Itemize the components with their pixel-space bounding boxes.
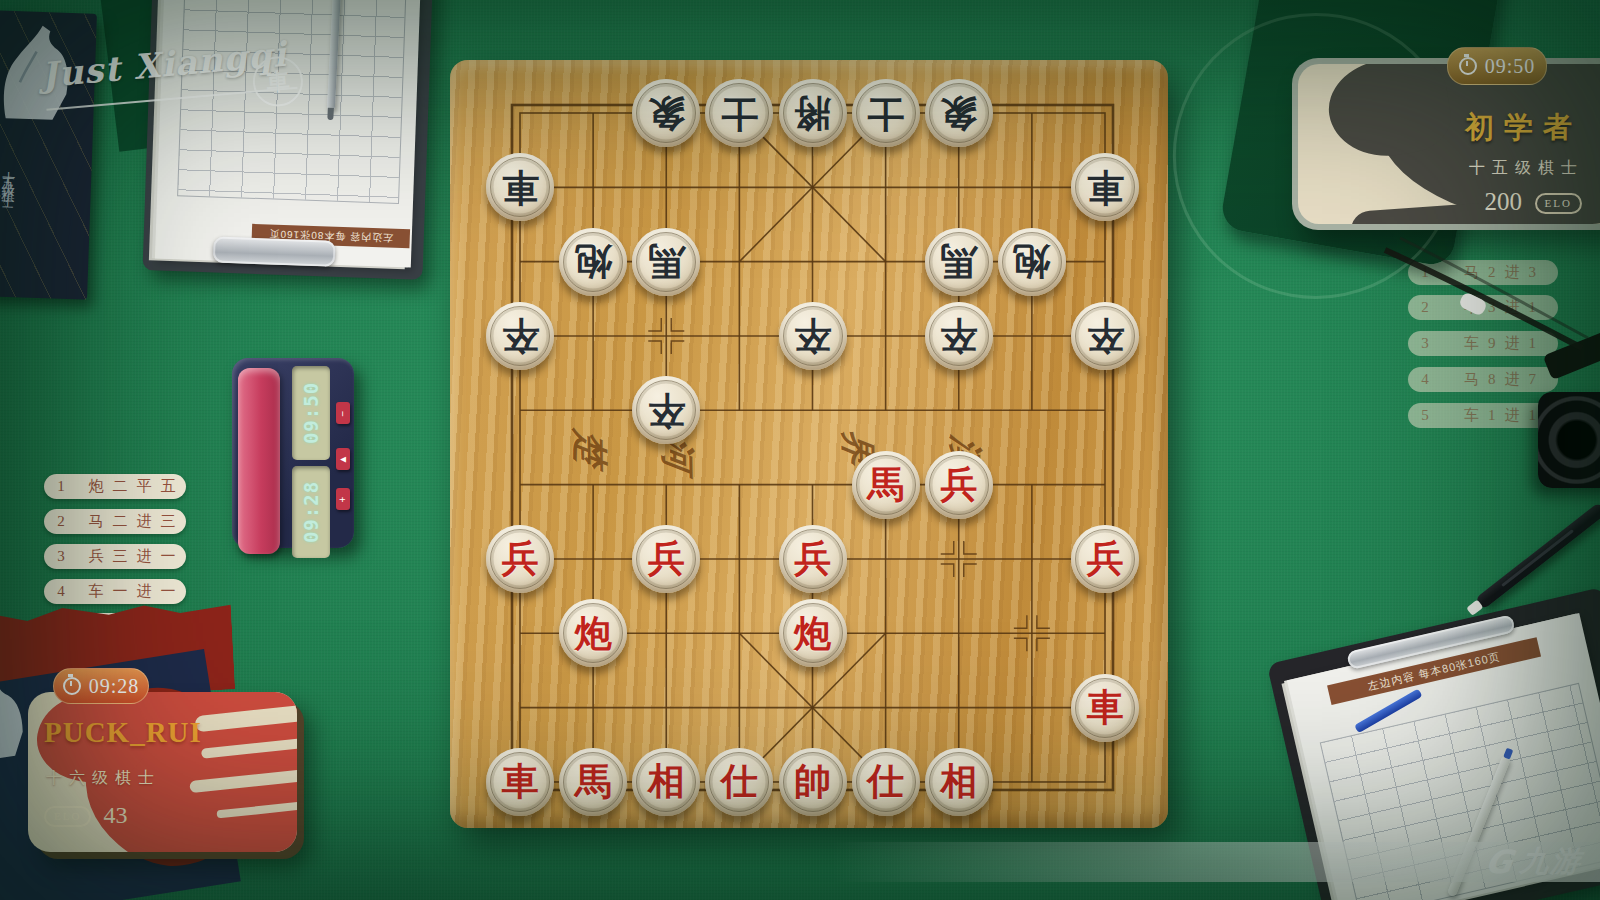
piece-black-卒[interactable]: 卒 bbox=[779, 302, 847, 370]
piece-black-炮[interactable]: 炮 bbox=[559, 228, 627, 296]
piece-black-炮[interactable]: 炮 bbox=[998, 228, 1066, 296]
piece-red-炮[interactable]: 炮 bbox=[779, 599, 847, 667]
logo-text: Just Xiangqi bbox=[40, 34, 289, 95]
player-name: 初学者 bbox=[1465, 108, 1582, 148]
timer-badge-top: 09:50 bbox=[1447, 47, 1547, 85]
clock-plus-button[interactable]: + bbox=[336, 488, 350, 510]
timer-value: 09:50 bbox=[1485, 55, 1536, 78]
piece-black-卒[interactable]: 卒 bbox=[486, 302, 554, 370]
move-item[interactable]: 1炮二平五 bbox=[44, 474, 186, 499]
piece-black-士[interactable]: 士 bbox=[705, 79, 773, 147]
earphone-cable bbox=[1280, 180, 1600, 400]
board-grid bbox=[450, 60, 1168, 828]
piece-red-仕[interactable]: 仕 bbox=[705, 748, 773, 816]
watermark-band: G 九游 bbox=[0, 842, 1600, 882]
clock-mode-button[interactable]: ▲ bbox=[336, 448, 350, 470]
xiangqi-board[interactable]: 楚 河 界 漢 象士將士象車車炮馬馬炮卒卒卒卒卒馬兵兵兵兵兵炮炮車車馬相仕帥仕相 bbox=[450, 60, 1168, 828]
timer-badge-bottom: 09:28 bbox=[53, 668, 149, 704]
jiuyou-watermark: G 九游 bbox=[1486, 842, 1582, 882]
piece-red-炮[interactable]: 炮 bbox=[559, 599, 627, 667]
piece-red-兵[interactable]: 兵 bbox=[779, 525, 847, 593]
move-item[interactable]: 3兵三进一 bbox=[44, 544, 186, 569]
player-rank: 十六级棋士 bbox=[46, 768, 161, 789]
move-item[interactable]: 2马二进三 bbox=[44, 509, 186, 534]
piece-red-車[interactable]: 車 bbox=[1071, 674, 1139, 742]
clock-lever[interactable] bbox=[238, 368, 280, 554]
clock-display-bottom: 09:28 bbox=[292, 466, 330, 558]
piece-black-象[interactable]: 象 bbox=[632, 79, 700, 147]
player-rank: 十五级棋士 bbox=[1469, 158, 1584, 179]
book-spine-text: 十五级棋士 bbox=[0, 161, 18, 192]
player-name: PUCK_RUI bbox=[44, 716, 202, 749]
piece-black-卒[interactable]: 卒 bbox=[925, 302, 993, 370]
piece-black-將[interactable]: 將 bbox=[779, 79, 847, 147]
piece-red-車[interactable]: 車 bbox=[486, 748, 554, 816]
game-table: 十五级棋士 左边内容 每本80张160页 Just Xiangqi 車 楚 河 … bbox=[0, 0, 1600, 900]
piece-black-馬[interactable]: 馬 bbox=[925, 228, 993, 296]
player-card-bottom: PUCK_RUI 十六级棋士 ELO 43 bbox=[28, 692, 297, 852]
move-item[interactable]: 5车1进1 bbox=[1408, 403, 1558, 428]
piece-black-卒[interactable]: 卒 bbox=[1071, 302, 1139, 370]
clock-display-top: 09:50 bbox=[292, 366, 330, 460]
chess-clock: 09:50 09:28 − ▲ + bbox=[232, 358, 354, 548]
paper-clip bbox=[213, 236, 336, 266]
piece-red-馬[interactable]: 馬 bbox=[559, 748, 627, 816]
piece-red-相[interactable]: 相 bbox=[925, 748, 993, 816]
stopwatch-icon bbox=[63, 677, 81, 695]
move-item[interactable]: 4车一进一 bbox=[44, 579, 186, 604]
piece-red-兵[interactable]: 兵 bbox=[632, 525, 700, 593]
piece-red-相[interactable]: 相 bbox=[632, 748, 700, 816]
piece-black-車[interactable]: 車 bbox=[1071, 153, 1139, 221]
elo-badge: ELO bbox=[44, 806, 91, 827]
piece-black-車[interactable]: 車 bbox=[486, 153, 554, 221]
piece-black-象[interactable]: 象 bbox=[925, 79, 993, 147]
piece-red-仕[interactable]: 仕 bbox=[852, 748, 920, 816]
piece-red-馬[interactable]: 馬 bbox=[852, 451, 920, 519]
piece-red-帥[interactable]: 帥 bbox=[779, 748, 847, 816]
clock-minus-button[interactable]: − bbox=[336, 402, 350, 424]
watermark-glyph-icon: G bbox=[1482, 843, 1515, 881]
player-elo: ELO 43 bbox=[44, 802, 127, 829]
piece-black-士[interactable]: 士 bbox=[852, 79, 920, 147]
piece-red-兵[interactable]: 兵 bbox=[486, 525, 554, 593]
camera-lens bbox=[1538, 392, 1600, 488]
stopwatch-icon bbox=[1459, 57, 1477, 75]
timer-value: 09:28 bbox=[89, 675, 140, 698]
piece-red-兵[interactable]: 兵 bbox=[1071, 525, 1139, 593]
piece-red-兵[interactable]: 兵 bbox=[925, 451, 993, 519]
watermark-text: 九游 bbox=[1518, 842, 1584, 882]
river-char: 楚 bbox=[568, 423, 613, 473]
piece-black-馬[interactable]: 馬 bbox=[632, 228, 700, 296]
